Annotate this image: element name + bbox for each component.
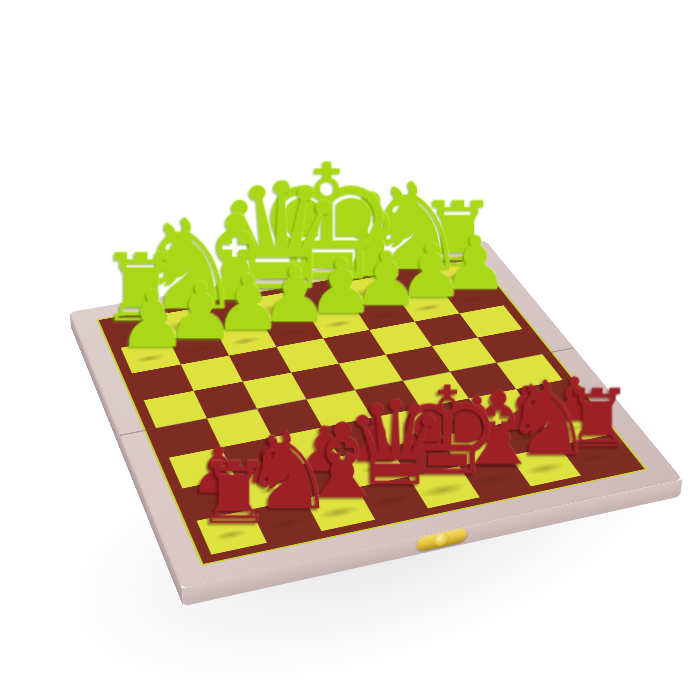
piece-red-rook-a1[interactable]: ♜ [195,451,271,536]
product-photo-scene: ♜♞♝♛♚♝♞♜♟♟♟♟♟♟♟♟♟♟♟♟♟♟♟♟♜♞♝♛♚♝♞♜ [0,0,700,700]
clasp-knob [435,532,450,547]
chess-board: ♜♞♝♛♚♝♞♜♟♟♟♟♟♟♟♟♟♟♟♟♟♟♟♟♜♞♝♛♚♝♞♜ [70,240,683,588]
